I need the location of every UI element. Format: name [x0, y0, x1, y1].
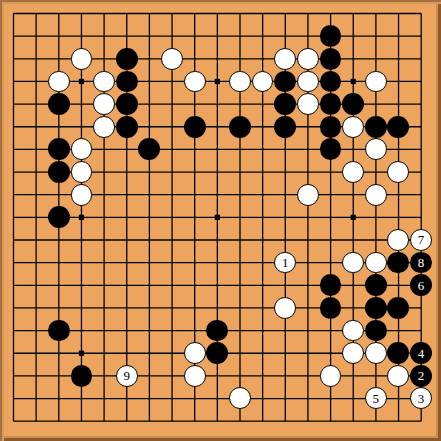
intersection[interactable] [206, 115, 229, 138]
intersection[interactable] [47, 297, 70, 320]
intersection[interactable] [206, 25, 229, 48]
intersection[interactable] [161, 387, 184, 410]
intersection[interactable] [229, 274, 252, 297]
intersection[interactable] [319, 342, 342, 365]
intersection[interactable] [25, 93, 48, 116]
intersection[interactable] [93, 2, 116, 25]
intersection[interactable] [138, 274, 161, 297]
intersection[interactable] [47, 364, 70, 387]
intersection[interactable] [2, 47, 25, 70]
intersection[interactable] [47, 342, 70, 365]
intersection[interactable] [183, 183, 206, 206]
intersection[interactable] [70, 274, 93, 297]
intersection[interactable] [161, 47, 184, 70]
intersection[interactable] [206, 93, 229, 116]
intersection[interactable] [297, 342, 320, 365]
intersection[interactable] [115, 274, 138, 297]
intersection[interactable]: 5 [364, 387, 387, 410]
intersection[interactable] [342, 387, 365, 410]
intersection[interactable] [138, 138, 161, 161]
intersection[interactable] [2, 70, 25, 93]
intersection[interactable] [297, 387, 320, 410]
intersection[interactable] [138, 387, 161, 410]
intersection[interactable] [206, 206, 229, 229]
intersection[interactable] [319, 274, 342, 297]
intersection[interactable] [2, 387, 25, 410]
intersection[interactable] [183, 115, 206, 138]
intersection[interactable] [183, 387, 206, 410]
intersection[interactable] [410, 161, 433, 184]
intersection[interactable]: 4 [410, 342, 433, 365]
intersection[interactable] [138, 115, 161, 138]
intersection[interactable] [274, 319, 297, 342]
intersection[interactable] [342, 229, 365, 252]
intersection[interactable] [47, 47, 70, 70]
intersection[interactable] [2, 2, 25, 25]
intersection[interactable] [387, 297, 410, 320]
intersection[interactable] [161, 70, 184, 93]
intersection[interactable] [183, 251, 206, 274]
intersection[interactable] [25, 70, 48, 93]
intersection[interactable] [183, 297, 206, 320]
intersection[interactable] [183, 93, 206, 116]
intersection[interactable] [274, 206, 297, 229]
intersection[interactable] [183, 161, 206, 184]
intersection[interactable] [319, 2, 342, 25]
intersection[interactable] [297, 70, 320, 93]
intersection[interactable] [274, 25, 297, 48]
intersection[interactable] [70, 251, 93, 274]
intersection[interactable] [161, 2, 184, 25]
intersection[interactable] [138, 297, 161, 320]
intersection[interactable] [161, 206, 184, 229]
intersection[interactable] [229, 93, 252, 116]
intersection[interactable] [387, 342, 410, 365]
intersection[interactable] [297, 251, 320, 274]
intersection[interactable] [274, 364, 297, 387]
intersection[interactable] [93, 387, 116, 410]
intersection[interactable] [251, 138, 274, 161]
intersection[interactable] [2, 115, 25, 138]
intersection[interactable] [251, 2, 274, 25]
intersection[interactable] [47, 161, 70, 184]
intersection[interactable] [342, 138, 365, 161]
intersection[interactable] [161, 138, 184, 161]
intersection[interactable] [319, 410, 342, 433]
intersection[interactable] [2, 410, 25, 433]
intersection[interactable] [297, 115, 320, 138]
intersection[interactable] [70, 206, 93, 229]
intersection[interactable] [138, 2, 161, 25]
intersection[interactable] [70, 319, 93, 342]
intersection[interactable] [342, 115, 365, 138]
intersection[interactable] [93, 70, 116, 93]
intersection[interactable] [342, 297, 365, 320]
intersection[interactable] [93, 410, 116, 433]
intersection[interactable] [274, 183, 297, 206]
intersection[interactable] [161, 183, 184, 206]
intersection[interactable] [183, 342, 206, 365]
intersection[interactable] [364, 364, 387, 387]
intersection[interactable] [93, 115, 116, 138]
intersection[interactable] [364, 342, 387, 365]
intersection[interactable] [115, 47, 138, 70]
intersection[interactable] [47, 387, 70, 410]
intersection[interactable] [70, 2, 93, 25]
intersection[interactable] [25, 229, 48, 252]
intersection[interactable] [364, 297, 387, 320]
intersection[interactable] [115, 161, 138, 184]
intersection[interactable] [229, 183, 252, 206]
intersection[interactable] [183, 47, 206, 70]
intersection[interactable] [70, 115, 93, 138]
intersection[interactable] [47, 251, 70, 274]
intersection[interactable] [70, 138, 93, 161]
intersection[interactable] [342, 161, 365, 184]
intersection[interactable] [387, 138, 410, 161]
intersection[interactable] [387, 387, 410, 410]
intersection[interactable] [387, 25, 410, 48]
intersection[interactable] [206, 387, 229, 410]
intersection[interactable] [161, 319, 184, 342]
intersection[interactable] [93, 251, 116, 274]
intersection[interactable]: 3 [410, 387, 433, 410]
intersection[interactable] [93, 138, 116, 161]
intersection[interactable] [138, 25, 161, 48]
intersection[interactable] [251, 206, 274, 229]
intersection[interactable] [251, 70, 274, 93]
intersection[interactable] [251, 161, 274, 184]
intersection[interactable] [115, 319, 138, 342]
intersection[interactable] [274, 342, 297, 365]
intersection[interactable] [25, 115, 48, 138]
intersection[interactable] [387, 319, 410, 342]
intersection[interactable] [25, 206, 48, 229]
intersection[interactable] [206, 229, 229, 252]
intersection[interactable]: 8 [410, 251, 433, 274]
intersection[interactable] [138, 183, 161, 206]
intersection[interactable] [319, 297, 342, 320]
intersection[interactable] [410, 206, 433, 229]
intersection[interactable] [161, 25, 184, 48]
intersection[interactable] [70, 410, 93, 433]
intersection[interactable] [70, 25, 93, 48]
intersection[interactable] [342, 342, 365, 365]
intersection[interactable] [251, 183, 274, 206]
intersection[interactable] [274, 297, 297, 320]
intersection[interactable] [364, 2, 387, 25]
intersection[interactable] [342, 47, 365, 70]
intersection[interactable] [297, 138, 320, 161]
intersection[interactable] [274, 115, 297, 138]
intersection[interactable] [229, 138, 252, 161]
intersection[interactable] [138, 93, 161, 116]
intersection[interactable] [25, 183, 48, 206]
intersection[interactable] [410, 183, 433, 206]
intersection[interactable] [183, 274, 206, 297]
intersection[interactable] [206, 319, 229, 342]
intersection[interactable] [364, 115, 387, 138]
intersection[interactable] [229, 115, 252, 138]
intersection[interactable] [93, 229, 116, 252]
intersection[interactable] [206, 297, 229, 320]
intersection[interactable] [2, 297, 25, 320]
intersection[interactable] [70, 342, 93, 365]
intersection[interactable] [115, 251, 138, 274]
intersection[interactable] [297, 2, 320, 25]
intersection[interactable] [387, 274, 410, 297]
intersection[interactable] [70, 70, 93, 93]
intersection[interactable] [93, 47, 116, 70]
intersection[interactable] [115, 206, 138, 229]
intersection[interactable] [364, 206, 387, 229]
intersection[interactable] [138, 319, 161, 342]
intersection[interactable] [319, 47, 342, 70]
intersection[interactable] [25, 319, 48, 342]
intersection[interactable] [387, 70, 410, 93]
intersection[interactable] [93, 183, 116, 206]
intersection[interactable] [387, 115, 410, 138]
intersection[interactable] [25, 138, 48, 161]
intersection[interactable] [47, 410, 70, 433]
intersection[interactable] [25, 342, 48, 365]
intersection[interactable] [297, 319, 320, 342]
intersection[interactable] [342, 319, 365, 342]
intersection[interactable] [410, 410, 433, 433]
intersection[interactable] [319, 183, 342, 206]
intersection[interactable] [93, 274, 116, 297]
intersection[interactable] [387, 410, 410, 433]
intersection[interactable] [387, 206, 410, 229]
intersection[interactable] [342, 410, 365, 433]
intersection[interactable] [161, 115, 184, 138]
intersection[interactable] [70, 297, 93, 320]
intersection[interactable] [297, 206, 320, 229]
intersection[interactable] [319, 25, 342, 48]
intersection[interactable] [183, 25, 206, 48]
intersection[interactable] [364, 183, 387, 206]
intersection[interactable] [251, 387, 274, 410]
intersection[interactable] [229, 206, 252, 229]
intersection[interactable] [364, 47, 387, 70]
intersection[interactable] [387, 229, 410, 252]
intersection[interactable] [138, 161, 161, 184]
intersection[interactable] [297, 93, 320, 116]
intersection[interactable] [274, 387, 297, 410]
intersection[interactable] [93, 342, 116, 365]
intersection[interactable] [251, 342, 274, 365]
intersection[interactable] [183, 410, 206, 433]
intersection[interactable] [93, 93, 116, 116]
intersection[interactable] [229, 25, 252, 48]
intersection[interactable] [342, 2, 365, 25]
intersection[interactable] [25, 410, 48, 433]
intersection[interactable] [70, 387, 93, 410]
intersection[interactable]: 2 [410, 364, 433, 387]
intersection[interactable] [251, 25, 274, 48]
intersection[interactable] [115, 297, 138, 320]
intersection[interactable] [229, 47, 252, 70]
intersection[interactable] [274, 70, 297, 93]
intersection[interactable] [138, 342, 161, 365]
intersection[interactable] [47, 115, 70, 138]
intersection[interactable] [2, 206, 25, 229]
intersection[interactable] [115, 183, 138, 206]
intersection[interactable] [161, 274, 184, 297]
intersection[interactable] [229, 251, 252, 274]
intersection[interactable] [251, 229, 274, 252]
intersection[interactable] [342, 274, 365, 297]
intersection[interactable] [161, 342, 184, 365]
intersection[interactable] [206, 410, 229, 433]
intersection[interactable] [297, 364, 320, 387]
intersection[interactable] [410, 93, 433, 116]
intersection[interactable] [364, 93, 387, 116]
intersection[interactable] [229, 161, 252, 184]
intersection[interactable] [2, 251, 25, 274]
intersection[interactable] [138, 410, 161, 433]
intersection[interactable] [364, 25, 387, 48]
intersection[interactable] [297, 161, 320, 184]
intersection[interactable] [115, 138, 138, 161]
intersection[interactable] [47, 206, 70, 229]
intersection[interactable] [93, 297, 116, 320]
intersection[interactable] [70, 364, 93, 387]
intersection[interactable] [342, 93, 365, 116]
intersection[interactable] [138, 206, 161, 229]
intersection[interactable] [274, 2, 297, 25]
intersection[interactable] [274, 93, 297, 116]
intersection[interactable] [115, 387, 138, 410]
intersection[interactable] [138, 47, 161, 70]
intersection[interactable] [206, 342, 229, 365]
intersection[interactable] [2, 229, 25, 252]
intersection[interactable] [47, 2, 70, 25]
intersection[interactable] [342, 70, 365, 93]
intersection[interactable] [25, 47, 48, 70]
intersection[interactable] [251, 410, 274, 433]
intersection[interactable] [251, 93, 274, 116]
intersection[interactable] [364, 410, 387, 433]
intersection[interactable] [319, 138, 342, 161]
intersection[interactable] [138, 70, 161, 93]
intersection[interactable] [297, 274, 320, 297]
intersection[interactable] [364, 161, 387, 184]
intersection[interactable] [115, 410, 138, 433]
intersection[interactable] [251, 297, 274, 320]
intersection[interactable] [319, 161, 342, 184]
intersection[interactable] [93, 161, 116, 184]
intersection[interactable] [25, 161, 48, 184]
intersection[interactable] [364, 138, 387, 161]
intersection[interactable] [297, 229, 320, 252]
intersection[interactable]: 6 [410, 274, 433, 297]
intersection[interactable] [25, 364, 48, 387]
intersection[interactable] [364, 229, 387, 252]
intersection[interactable] [410, 297, 433, 320]
intersection[interactable] [183, 319, 206, 342]
intersection[interactable] [342, 206, 365, 229]
intersection[interactable] [274, 229, 297, 252]
intersection[interactable] [364, 251, 387, 274]
intersection[interactable] [206, 364, 229, 387]
intersection[interactable] [364, 319, 387, 342]
intersection[interactable] [410, 2, 433, 25]
intersection[interactable] [161, 297, 184, 320]
intersection[interactable] [93, 206, 116, 229]
intersection[interactable] [229, 342, 252, 365]
intersection[interactable]: 9 [115, 364, 138, 387]
intersection[interactable] [161, 93, 184, 116]
intersection[interactable] [206, 70, 229, 93]
intersection[interactable] [25, 25, 48, 48]
intersection[interactable] [319, 387, 342, 410]
intersection[interactable] [387, 183, 410, 206]
intersection[interactable] [319, 229, 342, 252]
intersection[interactable]: 1 [274, 251, 297, 274]
intersection[interactable] [138, 251, 161, 274]
intersection[interactable] [25, 387, 48, 410]
intersection[interactable] [115, 70, 138, 93]
intersection[interactable] [183, 138, 206, 161]
intersection[interactable] [138, 229, 161, 252]
intersection[interactable] [319, 319, 342, 342]
intersection[interactable] [47, 25, 70, 48]
intersection[interactable] [138, 364, 161, 387]
intersection[interactable] [364, 70, 387, 93]
intersection[interactable] [183, 206, 206, 229]
intersection[interactable] [2, 274, 25, 297]
intersection[interactable] [206, 274, 229, 297]
intersection[interactable] [47, 319, 70, 342]
intersection[interactable] [206, 251, 229, 274]
intersection[interactable]: 7 [410, 229, 433, 252]
intersection[interactable] [2, 183, 25, 206]
intersection[interactable] [161, 410, 184, 433]
intersection[interactable] [319, 115, 342, 138]
intersection[interactable] [319, 206, 342, 229]
intersection[interactable] [410, 138, 433, 161]
intersection[interactable] [274, 47, 297, 70]
intersection[interactable] [387, 2, 410, 25]
intersection[interactable] [387, 93, 410, 116]
intersection[interactable] [47, 93, 70, 116]
intersection[interactable] [274, 410, 297, 433]
intersection[interactable] [274, 161, 297, 184]
intersection[interactable] [206, 138, 229, 161]
intersection[interactable] [297, 297, 320, 320]
intersection[interactable] [115, 93, 138, 116]
intersection[interactable] [387, 251, 410, 274]
intersection[interactable] [115, 115, 138, 138]
intersection[interactable] [70, 93, 93, 116]
intersection[interactable] [297, 25, 320, 48]
intersection[interactable] [25, 2, 48, 25]
intersection[interactable] [2, 93, 25, 116]
intersection[interactable] [161, 229, 184, 252]
intersection[interactable] [342, 364, 365, 387]
intersection[interactable] [229, 364, 252, 387]
intersection[interactable] [2, 25, 25, 48]
intersection[interactable] [25, 274, 48, 297]
intersection[interactable] [229, 2, 252, 25]
intersection[interactable] [93, 25, 116, 48]
intersection[interactable] [183, 70, 206, 93]
intersection[interactable] [229, 70, 252, 93]
intersection[interactable] [387, 364, 410, 387]
intersection[interactable] [183, 229, 206, 252]
intersection[interactable] [251, 115, 274, 138]
